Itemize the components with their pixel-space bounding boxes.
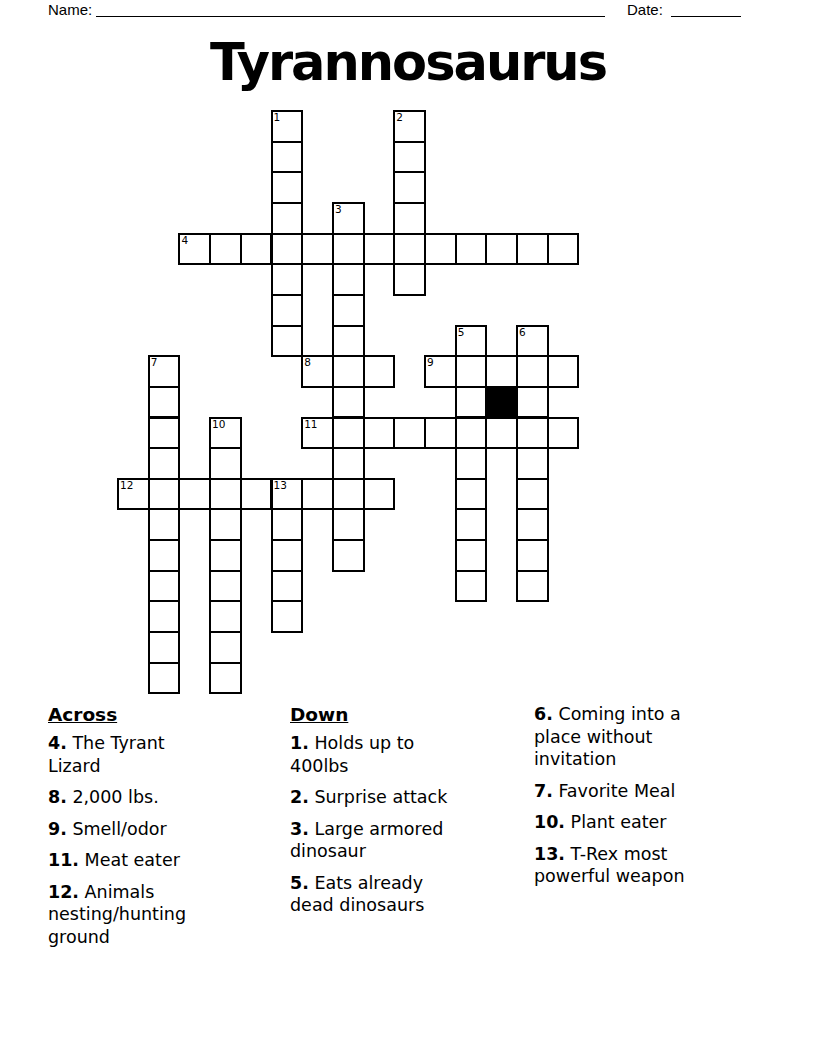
crossword-cell[interactable]: [516, 233, 549, 266]
across-heading: Across: [48, 703, 284, 726]
crossword-cell[interactable]: [148, 417, 181, 450]
crossword-cell[interactable]: [148, 662, 181, 695]
crossword-cell[interactable]: [271, 508, 304, 541]
crossword-cell[interactable]: [363, 355, 396, 388]
clue-number: 10.: [534, 812, 565, 832]
clue-text: Large armored dinosaur: [290, 819, 443, 862]
down-heading: Down: [290, 703, 532, 726]
crossword-cell[interactable]: [332, 263, 365, 296]
crossword-cell[interactable]: [485, 355, 518, 388]
crossword-cell[interactable]: [363, 233, 396, 266]
clue-item: 4. The Tyrant Lizard: [48, 732, 284, 777]
crossword-cell[interactable]: [455, 233, 488, 266]
clue-item: 12. Animals nesting/hunting ground: [48, 881, 284, 949]
crossword-cell[interactable]: [209, 631, 242, 664]
crossword-cell[interactable]: [516, 447, 549, 480]
crossword-cell[interactable]: [516, 478, 549, 511]
crossword-cell[interactable]: [424, 417, 457, 450]
cell-number: 7: [151, 357, 158, 368]
down-clues-column-1: Down 1. Holds up to 400lbs2. Surprise at…: [290, 703, 532, 926]
crossword-cell[interactable]: [332, 447, 365, 480]
puzzle-title: Tyrannosaurus: [0, 34, 816, 92]
date-blank-line: [671, 16, 741, 17]
crossword-cell[interactable]: [455, 386, 488, 419]
crossword-cell[interactable]: [271, 233, 304, 266]
clue-item: 8. 2,000 lbs.: [48, 786, 284, 809]
clue-number: 5.: [290, 873, 309, 893]
clue-number: 11.: [48, 850, 79, 870]
crossword-cell[interactable]: [240, 478, 273, 511]
crossword-cell[interactable]: [516, 386, 549, 419]
crossword-cell[interactable]: [148, 570, 181, 603]
crossword-cell[interactable]: [393, 233, 426, 266]
clue-number: 2.: [290, 787, 309, 807]
cell-number: 5: [458, 327, 465, 338]
crossword-cell[interactable]: [301, 233, 334, 266]
clue-number: 8.: [48, 787, 67, 807]
crossword-cell[interactable]: [148, 447, 181, 480]
clue-item: 2. Surprise attack: [290, 786, 532, 809]
crossword-cell[interactable]: [547, 417, 580, 450]
crossword-cell[interactable]: [209, 508, 242, 541]
crossword-cell[interactable]: [485, 417, 518, 450]
clue-number: 1.: [290, 733, 309, 753]
across-clues-column: Across 4. The Tyrant Lizard8. 2,000 lbs.…: [48, 703, 284, 957]
crossword-cell[interactable]: [209, 600, 242, 633]
crossword-cell[interactable]: [148, 386, 181, 419]
cell-number: 2: [396, 112, 403, 123]
clue-text: Eats already dead dinosaurs: [290, 873, 424, 916]
crossword-cell[interactable]: [209, 662, 242, 695]
clue-text: Smell/odor: [72, 819, 166, 839]
crossword-cell[interactable]: [332, 539, 365, 572]
clue-number: 12.: [48, 882, 79, 902]
crossword-cell[interactable]: [271, 294, 304, 327]
clue-item: 5. Eats already dead dinosaurs: [290, 872, 532, 917]
cell-number: 6: [519, 327, 526, 338]
crossword-cell[interactable]: [148, 478, 181, 511]
crossword-cell[interactable]: [516, 508, 549, 541]
crossword-cell[interactable]: [455, 447, 488, 480]
crossword-cell[interactable]: [209, 447, 242, 480]
clue-text: Favorite Meal: [558, 781, 675, 801]
crossword-cell[interactable]: [271, 539, 304, 572]
clue-item: 1. Holds up to 400lbs: [290, 732, 532, 777]
cell-number: 13: [274, 480, 287, 491]
cell-number: 8: [304, 357, 311, 368]
crossword-cell[interactable]: [209, 539, 242, 572]
crossword-cell[interactable]: [516, 570, 549, 603]
clue-number: 6.: [534, 704, 553, 724]
crossword-cell[interactable]: [393, 202, 426, 235]
clue-text: 2,000 lbs.: [72, 787, 158, 807]
cell-number: 12: [120, 480, 133, 491]
clue-item: 13. T-Rex most powerful weapon: [534, 843, 778, 888]
crossword-cell[interactable]: [393, 417, 426, 450]
clue-item: 10. Plant eater: [534, 811, 778, 834]
crossword-cell[interactable]: [516, 539, 549, 572]
crossword-cell[interactable]: [332, 325, 365, 358]
crossword-cell[interactable]: [516, 417, 549, 450]
crossword-cell[interactable]: [332, 233, 365, 266]
clue-item: 7. Favorite Meal: [534, 780, 778, 803]
cell-number: 4: [181, 235, 188, 246]
clue-number: 13.: [534, 844, 565, 864]
crossword-cell[interactable]: [240, 233, 273, 266]
crossword-cell[interactable]: [547, 355, 580, 388]
crossword-cell[interactable]: [393, 171, 426, 204]
crossword-cell[interactable]: [209, 570, 242, 603]
clue-text: Plant eater: [571, 812, 667, 832]
crossword-cell[interactable]: [363, 417, 396, 450]
crossword-cell[interactable]: [485, 233, 518, 266]
name-label: Name:: [48, 2, 92, 18]
crossword-cell[interactable]: [332, 417, 365, 450]
blocked-cell: [485, 386, 518, 419]
crossword-cell[interactable]: [178, 478, 211, 511]
cell-number: 1: [274, 112, 281, 123]
crossword-cell[interactable]: [271, 570, 304, 603]
crossword-cell[interactable]: [148, 508, 181, 541]
clue-number: 4.: [48, 733, 67, 753]
clue-text: Surprise attack: [314, 787, 447, 807]
crossword-cell[interactable]: [363, 478, 396, 511]
crossword-cell[interactable]: [271, 141, 304, 174]
clue-number: 9.: [48, 819, 67, 839]
clue-text: Coming into a place without invitation: [534, 704, 681, 769]
crossword-cell[interactable]: [332, 478, 365, 511]
crossword-cell[interactable]: [332, 386, 365, 419]
clue-item: 3. Large armored dinosaur: [290, 818, 532, 863]
cell-number: 3: [335, 204, 342, 215]
crossword-cell[interactable]: [271, 600, 304, 633]
crossword-cell[interactable]: [148, 539, 181, 572]
crossword-cell[interactable]: [332, 508, 365, 541]
name-blank-line: [96, 16, 605, 17]
crossword-cell[interactable]: [393, 263, 426, 296]
crossword-worksheet: Name: Date: Tyrannosaurus 12345678910111…: [0, 0, 816, 1056]
crossword-cell[interactable]: [301, 478, 334, 511]
crossword-cell[interactable]: [516, 355, 549, 388]
down-clues-column-2: 6. Coming into a place without invitatio…: [534, 703, 778, 897]
crossword-cell[interactable]: [547, 233, 580, 266]
clue-text: Meat eater: [85, 850, 180, 870]
crossword-cell[interactable]: [455, 355, 488, 388]
crossword-grid: 12345678910111213: [117, 110, 580, 696]
crossword-cell[interactable]: [209, 233, 242, 266]
clue-number: 7.: [534, 781, 553, 801]
crossword-cell[interactable]: [332, 355, 365, 388]
clue-item: 11. Meat eater: [48, 849, 284, 872]
crossword-cell[interactable]: [424, 233, 457, 266]
date-label: Date:: [627, 2, 663, 18]
crossword-cell[interactable]: [455, 508, 488, 541]
crossword-cell[interactable]: [455, 478, 488, 511]
crossword-cell[interactable]: [455, 417, 488, 450]
crossword-cell[interactable]: [332, 294, 365, 327]
clue-item: 9. Smell/odor: [48, 818, 284, 841]
cell-number: 9: [427, 357, 434, 368]
crossword-cell[interactable]: [209, 478, 242, 511]
crossword-cell[interactable]: [148, 631, 181, 664]
crossword-cell[interactable]: [271, 325, 304, 358]
crossword-cell[interactable]: [148, 600, 181, 633]
clue-item: 6. Coming into a place without invitatio…: [534, 703, 778, 771]
crossword-cell[interactable]: [455, 539, 488, 572]
crossword-cell[interactable]: [271, 171, 304, 204]
cell-number: 10: [212, 419, 225, 430]
crossword-cell[interactable]: [271, 202, 304, 235]
cell-number: 11: [304, 419, 317, 430]
clue-text: Holds up to 400lbs: [290, 733, 414, 776]
clue-number: 3.: [290, 819, 309, 839]
crossword-cell[interactable]: [393, 141, 426, 174]
crossword-cell[interactable]: [455, 570, 488, 603]
crossword-cell[interactable]: [271, 263, 304, 296]
